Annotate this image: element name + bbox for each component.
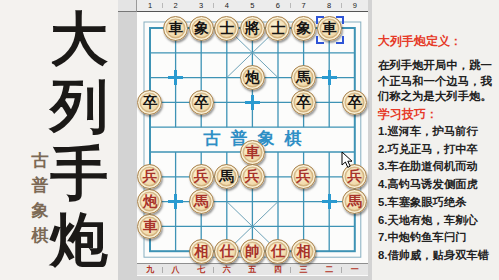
piece-red-soldier[interactable]: 兵 <box>291 164 316 189</box>
title-char: 大 <box>46 5 112 72</box>
board-panel: 123456789 <box>118 0 372 280</box>
app-canvas: { "game": "xiangqi", "position": { "fen"… <box>0 0 499 280</box>
tip-item: 3.车在肋道伺机而动 <box>378 158 489 176</box>
subtitle-char: 象 <box>28 198 52 223</box>
piece-red-general[interactable]: 帥 <box>240 239 265 264</box>
piece-black-chariot[interactable]: 車 <box>317 16 342 41</box>
piece-black-advisor[interactable]: 士 <box>265 16 290 41</box>
tip-item: 1.巡河车，护马前行 <box>378 123 489 141</box>
piece-red-advisor[interactable]: 仕 <box>265 239 290 264</box>
piece-red-horse[interactable]: 馬 <box>342 189 367 214</box>
piece-black-chariot[interactable]: 車 <box>163 16 188 41</box>
file-number: 5 <box>240 0 266 11</box>
tip-item: 7.中炮钓鱼车闩门 <box>378 229 489 247</box>
top-coordinates: 123456789 <box>137 0 368 12</box>
piece-red-chariot[interactable]: 車 <box>240 140 265 165</box>
point-marker <box>322 70 337 85</box>
file-number-cn: 一 <box>342 264 368 275</box>
piece-black-soldier[interactable]: 卒 <box>189 90 214 115</box>
piece-red-elephant[interactable]: 相 <box>291 239 316 264</box>
piece-black-advisor[interactable]: 士 <box>214 16 239 41</box>
right-info-panel: 大列手炮定义： 在列手炮开局中，跳一 个正马和一个边马，我 们称之为是大列手炮。… <box>372 0 499 280</box>
file-number: 8 <box>316 0 342 11</box>
file-number: 9 <box>342 0 368 11</box>
definition-line: 们称之为是大列手炮。 <box>378 89 492 105</box>
subtitle-char: 棋 <box>28 223 52 248</box>
tip-item: 4.高钓马诱发侧面虎 <box>378 176 489 194</box>
piece-red-cannon[interactable]: 炮 <box>137 189 162 214</box>
tips-list: 1.巡河车，护马前行 2.巧兑正马，打中卒 3.车在肋道伺机而动 4.高钓马诱发… <box>378 123 489 265</box>
tip-item: 5.车塞象眼巧绝杀 <box>378 194 489 212</box>
piece-black-elephant[interactable]: 象 <box>189 16 214 41</box>
xiangqi-board[interactable]: 古普象棋 車象士將士象車炮馬卒卒卒卒車兵兵馬兵兵兵炮馬馬車相仕帥仕相 <box>137 12 368 263</box>
file-number-cn: 二 <box>316 264 342 275</box>
file-number-cn: 八 <box>163 264 189 275</box>
title-char: 手 <box>46 139 112 206</box>
piece-black-soldier[interactable]: 卒 <box>137 90 162 115</box>
point-marker <box>168 70 183 85</box>
page-title: 大 列 手 炮 <box>46 5 112 273</box>
piece-red-advisor[interactable]: 仕 <box>214 239 239 264</box>
point-marker <box>322 194 337 209</box>
definition-text: 在列手炮开局中，跳一 个正马和一个边马，我 们称之为是大列手炮。 <box>378 58 492 105</box>
ruler-corner <box>118 0 137 12</box>
file-number: 7 <box>291 0 317 11</box>
piece-layer[interactable]: 車象士將士象車炮馬卒卒卒卒車兵兵馬兵兵兵炮馬馬車相仕帥仕相 <box>137 16 367 264</box>
file-number-cn: 三 <box>291 264 317 275</box>
brand-subtitle: 古 普 象 棋 <box>28 148 52 248</box>
piece-black-horse[interactable]: 馬 <box>214 164 239 189</box>
piece-red-horse[interactable]: 馬 <box>189 189 214 214</box>
piece-black-general[interactable]: 將 <box>240 16 265 41</box>
title-char: 列 <box>46 72 112 139</box>
piece-red-soldier[interactable]: 兵 <box>137 164 162 189</box>
piece-black-cannon[interactable]: 炮 <box>240 65 265 90</box>
point-marker <box>168 194 183 209</box>
file-number-cn: 九 <box>137 264 163 275</box>
subtitle-char: 古 <box>28 148 52 173</box>
piece-red-soldier[interactable]: 兵 <box>240 164 265 189</box>
piece-black-soldier[interactable]: 卒 <box>291 90 316 115</box>
definition-line: 在列手炮开局中，跳一 <box>378 58 492 74</box>
file-number-cn: 四 <box>265 264 291 275</box>
bottom-coordinates: 九八七六五四三二一 <box>137 263 368 276</box>
tip-item: 2.巧兑正马，打中卒 <box>378 141 489 159</box>
file-number: 3 <box>188 0 214 11</box>
piece-black-elephant[interactable]: 象 <box>291 16 316 41</box>
mouse-cursor <box>341 152 355 170</box>
piece-red-chariot[interactable]: 車 <box>137 214 162 239</box>
left-title-panel: 大 列 手 炮 古 普 象 棋 <box>0 0 118 280</box>
definition-title: 大列手炮定义： <box>378 33 462 50</box>
title-char: 炮 <box>46 206 112 273</box>
definition-line: 个正马和一个边马，我 <box>378 74 492 90</box>
file-number: 4 <box>214 0 240 11</box>
subtitle-char: 普 <box>28 173 52 198</box>
file-number: 6 <box>265 0 291 11</box>
piece-black-soldier[interactable]: 卒 <box>342 90 367 115</box>
piece-black-horse[interactable]: 馬 <box>291 65 316 90</box>
piece-red-soldier[interactable]: 兵 <box>189 164 214 189</box>
file-number-cn: 七 <box>188 264 214 275</box>
file-number: 1 <box>137 0 163 11</box>
file-number-cn: 五 <box>240 264 266 275</box>
file-number-cn: 六 <box>214 264 240 275</box>
file-number: 2 <box>163 0 189 11</box>
point-marker <box>245 95 260 110</box>
piece-red-elephant[interactable]: 相 <box>189 239 214 264</box>
tip-item: 6.天地有炮，车剜心 <box>378 212 489 230</box>
tips-title: 学习技巧： <box>378 106 438 123</box>
tip-item: 8.借帅威，贴身双车错 <box>378 247 489 265</box>
